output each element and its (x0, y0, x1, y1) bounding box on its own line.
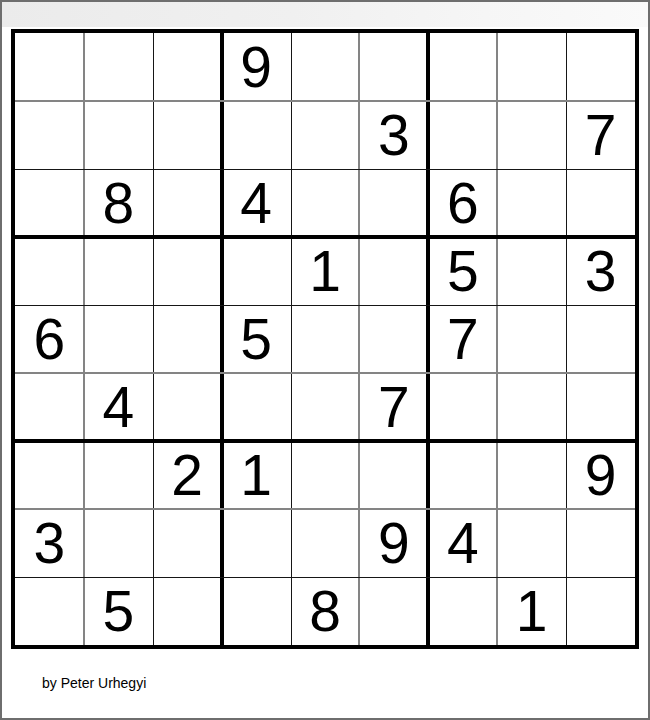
cell-r7c7[interactable] (428, 441, 497, 509)
cell-r1c3[interactable] (153, 33, 222, 101)
cell-r2c1[interactable] (15, 101, 84, 169)
cell-r2c6[interactable]: 3 (359, 101, 428, 169)
cell-r8c5[interactable] (291, 509, 360, 577)
cell-r4c2[interactable] (84, 237, 153, 305)
cell-r3c7[interactable]: 6 (428, 169, 497, 237)
cell-r6c8[interactable] (497, 373, 566, 441)
page: 93784615365747219394581 by Peter Urhegyi (0, 0, 650, 720)
cell-r1c4[interactable]: 9 (222, 33, 291, 101)
cell-r7c9[interactable]: 9 (566, 441, 635, 509)
cell-r2c2[interactable] (84, 101, 153, 169)
cell-r4c4[interactable] (222, 237, 291, 305)
cell-r7c1[interactable] (15, 441, 84, 509)
cell-r3c9[interactable] (566, 169, 635, 237)
cell-r6c2[interactable]: 4 (84, 373, 153, 441)
cell-r3c2[interactable]: 8 (84, 169, 153, 237)
cell-r7c4[interactable]: 1 (222, 441, 291, 509)
cell-r2c5[interactable] (291, 101, 360, 169)
cell-r8c3[interactable] (153, 509, 222, 577)
cell-r1c6[interactable] (359, 33, 428, 101)
cell-r2c7[interactable] (428, 101, 497, 169)
cell-r8c8[interactable] (497, 509, 566, 577)
cell-r9c9[interactable] (566, 577, 635, 645)
cell-r8c9[interactable] (566, 509, 635, 577)
cell-r1c2[interactable] (84, 33, 153, 101)
cell-r6c5[interactable] (291, 373, 360, 441)
cell-r3c5[interactable] (291, 169, 360, 237)
cell-r7c2[interactable] (84, 441, 153, 509)
cell-r8c4[interactable] (222, 509, 291, 577)
cell-r6c1[interactable] (15, 373, 84, 441)
cell-r5c1[interactable]: 6 (15, 305, 84, 373)
cell-r6c7[interactable] (428, 373, 497, 441)
cell-r9c2[interactable]: 5 (84, 577, 153, 645)
cell-r9c7[interactable] (428, 577, 497, 645)
cell-r5c9[interactable] (566, 305, 635, 373)
cell-r4c1[interactable] (15, 237, 84, 305)
cell-r5c2[interactable] (84, 305, 153, 373)
cell-r7c5[interactable] (291, 441, 360, 509)
cell-r1c1[interactable] (15, 33, 84, 101)
cell-r5c4[interactable]: 5 (222, 305, 291, 373)
cell-r6c3[interactable] (153, 373, 222, 441)
cell-r9c5[interactable]: 8 (291, 577, 360, 645)
cell-r9c6[interactable] (359, 577, 428, 645)
cell-r3c6[interactable] (359, 169, 428, 237)
cell-r5c8[interactable] (497, 305, 566, 373)
header-bar (2, 2, 648, 27)
cell-r1c9[interactable] (566, 33, 635, 101)
cell-r8c1[interactable]: 3 (15, 509, 84, 577)
cell-r4c6[interactable] (359, 237, 428, 305)
cell-r2c9[interactable]: 7 (566, 101, 635, 169)
sudoku-board: 93784615365747219394581 (11, 29, 639, 649)
cell-r7c8[interactable] (497, 441, 566, 509)
cell-r5c7[interactable]: 7 (428, 305, 497, 373)
cell-r4c3[interactable] (153, 237, 222, 305)
cell-r9c1[interactable] (15, 577, 84, 645)
cell-r5c3[interactable] (153, 305, 222, 373)
cell-r8c6[interactable]: 9 (359, 509, 428, 577)
credit-text: by Peter Urhegyi (42, 675, 146, 691)
cell-r4c9[interactable]: 3 (566, 237, 635, 305)
cell-r4c8[interactable] (497, 237, 566, 305)
cell-r2c8[interactable] (497, 101, 566, 169)
cell-r9c4[interactable] (222, 577, 291, 645)
cell-r9c8[interactable]: 1 (497, 577, 566, 645)
cell-r1c5[interactable] (291, 33, 360, 101)
cell-r4c7[interactable]: 5 (428, 237, 497, 305)
cell-r2c3[interactable] (153, 101, 222, 169)
cell-r5c6[interactable] (359, 305, 428, 373)
cell-r1c8[interactable] (497, 33, 566, 101)
cell-r4c5[interactable]: 1 (291, 237, 360, 305)
cell-r9c3[interactable] (153, 577, 222, 645)
cell-r7c3[interactable]: 2 (153, 441, 222, 509)
cell-r6c6[interactable]: 7 (359, 373, 428, 441)
cell-r8c7[interactable]: 4 (428, 509, 497, 577)
cell-r2c4[interactable] (222, 101, 291, 169)
cell-r3c8[interactable] (497, 169, 566, 237)
cell-r5c5[interactable] (291, 305, 360, 373)
cell-r3c3[interactable] (153, 169, 222, 237)
cell-r3c4[interactable]: 4 (222, 169, 291, 237)
cell-r3c1[interactable] (15, 169, 84, 237)
cell-r6c4[interactable] (222, 373, 291, 441)
cell-r8c2[interactable] (84, 509, 153, 577)
cell-r7c6[interactable] (359, 441, 428, 509)
cell-grid: 93784615365747219394581 (15, 33, 635, 645)
cell-r6c9[interactable] (566, 373, 635, 441)
cell-r1c7[interactable] (428, 33, 497, 101)
